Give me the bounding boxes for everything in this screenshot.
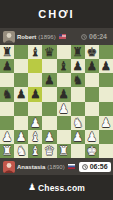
player-clock: 06:56 [79,162,111,172]
square-e7[interactable]: ♝ [57,59,71,73]
piece-white-pawn[interactable]: ♟ [72,130,83,144]
square-e4[interactable]: ♟ [57,102,71,116]
square-f2[interactable]: ♟ [71,130,85,144]
square-a2[interactable]: ♟ [0,130,14,144]
piece-white-bishop[interactable]: ♝ [30,144,41,158]
piece-white-knight[interactable]: ♞ [72,116,83,130]
square-a6[interactable] [0,73,14,87]
square-b7[interactable] [14,59,28,73]
piece-black-pawn[interactable]: ♟ [44,73,55,87]
square-c4[interactable] [28,102,42,116]
square-e2[interactable] [57,130,71,144]
piece-white-pawn[interactable]: ♟ [58,102,69,116]
piece-white-bishop[interactable]: ♝ [30,130,41,144]
square-a4[interactable] [0,102,14,116]
pawn-logo-icon: ♟ [28,183,36,192]
piece-white-pawn[interactable]: ♟ [101,116,112,130]
piece-black-pawn[interactable]: ♟ [2,59,13,73]
piece-black-pawn[interactable]: ♟ [58,87,69,101]
square-h4[interactable] [99,102,113,116]
square-f7[interactable]: ♟ [71,59,85,73]
us-flag-icon [59,34,66,39]
square-g5[interactable] [85,87,99,101]
avatar[interactable] [3,161,15,173]
player-avatar-image [3,161,15,173]
square-c5[interactable]: ♟ [28,87,42,101]
square-d2[interactable]: ♟ [42,130,56,144]
square-g1[interactable]: ♚ [85,144,99,158]
square-e5[interactable]: ♟ [57,87,71,101]
piece-black-pawn[interactable]: ♟ [72,59,83,73]
piece-black-king[interactable]: ♚ [86,45,97,59]
piece-black-bishop[interactable]: ♝ [58,59,69,73]
app-footer: ♟ Chess.com [0,175,113,200]
square-b8[interactable] [14,45,28,59]
piece-white-pawn[interactable]: ♟ [2,130,13,144]
square-f6[interactable]: ♞ [71,73,85,87]
page-title: CHƠI [38,8,74,20]
square-h1[interactable] [99,144,113,158]
square-c6[interactable] [28,73,42,87]
square-e8[interactable] [57,45,71,59]
player-name: Anastasia [17,164,45,170]
square-c3[interactable]: ♟ [28,116,42,130]
ru-flag-icon [68,164,75,169]
piece-black-pawn[interactable]: ♟ [86,59,97,73]
square-b1[interactable]: ♞ [14,144,28,158]
clock-icon [81,34,87,40]
chesscom-logo: Chess.com [38,183,85,193]
chess-app-screen: CHƠI Robert (1896) 06:24 [0,0,113,200]
opponent-avatar-image [3,31,15,43]
player-rating: (1890) [47,164,64,170]
square-h2[interactable] [99,130,113,144]
square-b5[interactable]: ♟ [14,87,28,101]
square-c2[interactable]: ♝ [28,130,42,144]
square-d3[interactable] [42,116,56,130]
piece-white-pawn[interactable]: ♟ [86,130,97,144]
square-b4[interactable] [14,102,28,116]
square-f1[interactable] [71,144,85,158]
piece-white-rook[interactable]: ♜ [2,144,13,158]
piece-white-pawn[interactable]: ♟ [30,116,41,130]
square-h8[interactable] [99,45,113,59]
piece-white-knight[interactable]: ♞ [16,144,27,158]
square-h3[interactable]: ♟ [99,116,113,130]
square-d5[interactable] [42,87,56,101]
square-g8[interactable]: ♚ [85,45,99,59]
square-b3[interactable] [14,116,28,130]
square-e3[interactable] [57,116,71,130]
square-f4[interactable] [71,102,85,116]
piece-black-rook[interactable]: ♜ [72,45,83,59]
square-a5[interactable]: ♞ [0,87,14,101]
square-f3[interactable]: ♞ [71,116,85,130]
square-f5[interactable] [71,87,85,101]
square-c7[interactable] [28,59,42,73]
square-e1[interactable]: ♜ [57,144,71,158]
piece-black-rook[interactable]: ♜ [2,45,13,59]
piece-black-pawn[interactable]: ♟ [101,59,112,73]
square-h7[interactable]: ♟ [99,59,113,73]
square-a8[interactable]: ♜ [0,45,14,59]
chess-board[interactable]: ♜♝♛♜♚♟♝♟♟♟♟♞♞♟♟♟♟♟♞♟♟♟♝♟♟♟♜♞♝♛♜♚ [0,45,113,158]
player-clock-time: 06:56 [90,163,108,170]
piece-black-knight[interactable]: ♞ [72,73,83,87]
square-c8[interactable]: ♝ [28,45,42,59]
app-header: CHƠI [0,0,113,28]
piece-black-pawn[interactable]: ♟ [30,87,41,101]
square-g6[interactable] [85,73,99,87]
piece-white-pawn[interactable]: ♟ [44,130,55,144]
opponent-clock-time: 06:24 [89,33,107,40]
square-a1[interactable]: ♜ [0,144,14,158]
piece-black-queen[interactable]: ♛ [44,45,55,59]
opponent-rating: (1896) [38,34,55,40]
player-bar[interactable]: Anastasia (1890) 06:56 [0,158,113,175]
square-g7[interactable]: ♟ [85,59,99,73]
square-h6[interactable] [99,73,113,87]
square-d7[interactable] [42,59,56,73]
square-d6[interactable]: ♟ [42,73,56,87]
opponent-clock: 06:24 [78,32,110,42]
square-g4[interactable] [85,102,99,116]
avatar[interactable] [3,31,15,43]
piece-black-knight[interactable]: ♞ [2,87,13,101]
square-d8[interactable]: ♛ [42,45,56,59]
piece-black-pawn[interactable]: ♟ [16,87,27,101]
opponent-name: Robert [17,34,36,40]
square-b6[interactable] [14,73,28,87]
piece-black-bishop[interactable]: ♝ [30,45,41,59]
opponent-bar[interactable]: Robert (1896) 06:24 [0,28,113,45]
square-b2[interactable]: ♟ [14,130,28,144]
square-d1[interactable]: ♛ [42,144,56,158]
square-g2[interactable]: ♟ [85,130,99,144]
square-h5[interactable] [99,87,113,101]
piece-white-pawn[interactable]: ♟ [16,130,27,144]
square-c1[interactable]: ♝ [28,144,42,158]
clock-icon [82,164,88,170]
square-f8[interactable]: ♜ [71,45,85,59]
piece-white-queen[interactable]: ♛ [44,144,55,158]
square-a3[interactable] [0,116,14,130]
square-d4[interactable] [42,102,56,116]
piece-white-rook[interactable]: ♜ [58,144,69,158]
square-a7[interactable]: ♟ [0,59,14,73]
square-e6[interactable] [57,73,71,87]
piece-white-king[interactable]: ♚ [86,144,97,158]
square-g3[interactable] [85,116,99,130]
